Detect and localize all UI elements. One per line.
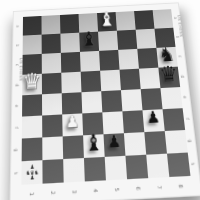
square-h1[interactable]: ♟♞♛♞♟	[21, 160, 42, 185]
square-h6[interactable]	[125, 155, 148, 180]
square-g2[interactable]	[42, 136, 63, 160]
piece-black-bishop-b4[interactable]: ♝	[80, 29, 98, 49]
square-c7[interactable]	[137, 48, 158, 69]
square-a1[interactable]	[23, 16, 42, 36]
piece-white-queen-d1[interactable]: ♛	[23, 70, 42, 92]
square-c4[interactable]	[80, 51, 100, 72]
square-a6[interactable]	[116, 11, 136, 31]
square-d8[interactable]: ♛	[158, 67, 180, 88]
rank-label-6: 6	[130, 176, 147, 200]
rank-label-8: 8	[172, 174, 190, 199]
square-d7[interactable]	[139, 68, 160, 89]
us-chess-crest-logo: ♟♞♛♞♟	[26, 164, 39, 181]
square-h8[interactable]	[167, 153, 190, 177]
square-e4[interactable]	[81, 91, 102, 113]
board-grid: ♝♝♞♛♛♟♟♝♟♟♞♛♞♟	[21, 9, 190, 185]
rank-label-4: 4	[88, 178, 104, 200]
square-f7[interactable]: ♟	[142, 109, 164, 132]
square-a3[interactable]	[60, 14, 79, 34]
square-e2[interactable]	[42, 93, 62, 115]
square-b6[interactable]	[117, 30, 137, 50]
square-b5[interactable]	[98, 31, 118, 51]
square-d3[interactable]	[61, 72, 81, 94]
square-d4[interactable]	[81, 71, 102, 93]
square-b2[interactable]	[42, 34, 61, 54]
square-h3[interactable]	[63, 158, 85, 183]
square-f2[interactable]	[42, 114, 63, 137]
piece-white-bishop-a5[interactable]: ♝	[98, 9, 116, 28]
photo-scene: abcdefgh US CHESS abcdefgh US CHESS 1234…	[0, 0, 200, 200]
square-d1[interactable]: ♛	[22, 74, 42, 96]
rank-label-7: 7	[151, 175, 168, 200]
piece-white-pawn-f3[interactable]: ♟	[65, 113, 79, 130]
square-c6[interactable]	[118, 49, 139, 70]
square-h7[interactable]	[146, 154, 169, 178]
square-e1[interactable]	[22, 94, 42, 116]
square-h2[interactable]	[42, 159, 63, 184]
square-e5[interactable]	[101, 90, 122, 112]
piece-black-bishop-g4[interactable]: ♝	[84, 131, 103, 155]
rank-label-3: 3	[67, 179, 83, 200]
square-b1[interactable]	[23, 35, 42, 55]
piece-black-queen-d8[interactable]: ♛	[159, 63, 180, 85]
square-c2[interactable]	[42, 53, 62, 74]
square-b4[interactable]: ♝	[79, 32, 99, 52]
square-g4[interactable]: ♝	[83, 134, 105, 158]
square-c3[interactable]	[61, 52, 81, 73]
vinyl-chess-board: abcdefgh US CHESS abcdefgh US CHESS 1234…	[9, 2, 200, 200]
piece-black-pawn-g5[interactable]: ♟	[107, 133, 122, 151]
square-f6[interactable]	[122, 110, 144, 133]
square-f1[interactable]	[22, 116, 42, 139]
square-d5[interactable]	[100, 70, 121, 92]
square-d6[interactable]	[120, 69, 141, 90]
square-f8[interactable]	[163, 108, 186, 131]
rank-label-5: 5	[109, 177, 125, 200]
square-a8[interactable]	[153, 9, 174, 29]
square-c5[interactable]	[99, 50, 119, 71]
square-g1[interactable]	[22, 137, 43, 161]
square-f3[interactable]: ♟	[62, 113, 83, 136]
piece-black-pawn-f7[interactable]: ♟	[146, 109, 161, 126]
square-g5[interactable]: ♟	[103, 133, 125, 157]
square-g6[interactable]	[124, 132, 146, 156]
square-a2[interactable]	[41, 15, 60, 35]
square-h5[interactable]	[105, 156, 127, 181]
square-g7[interactable]	[144, 131, 167, 155]
square-a5[interactable]: ♝	[97, 12, 117, 32]
square-h4[interactable]	[84, 157, 106, 182]
square-e6[interactable]	[121, 89, 143, 111]
square-b3[interactable]	[60, 33, 80, 53]
square-g3[interactable]	[63, 135, 84, 159]
square-e8[interactable]	[160, 87, 182, 109]
square-g8[interactable]	[165, 130, 188, 154]
square-b7[interactable]	[136, 29, 157, 49]
square-a7[interactable]	[134, 10, 154, 30]
square-d2[interactable]	[42, 73, 62, 95]
